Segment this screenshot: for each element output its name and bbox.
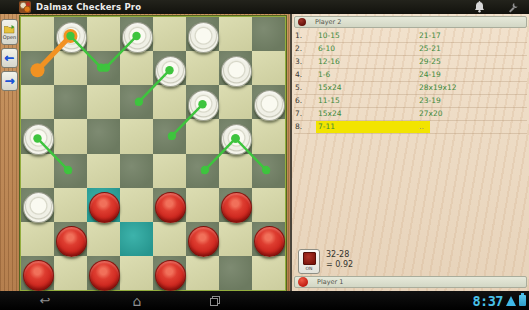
board-square: [186, 188, 219, 222]
engine-best-move: 32-28: [326, 250, 353, 260]
player1-move[interactable]: 12-16: [318, 56, 419, 68]
red-piece[interactable]: [89, 192, 120, 223]
player1-bar: Player 1: [294, 276, 527, 288]
white-piece[interactable]: [23, 124, 54, 155]
board-square: [21, 17, 54, 51]
bell-icon[interactable]: [473, 1, 486, 14]
board-square: [54, 119, 87, 153]
board-square[interactable]: [87, 119, 120, 153]
player1-move[interactable]: 1-6: [318, 69, 419, 81]
white-piece[interactable]: [155, 56, 186, 87]
open-button[interactable]: Open: [1, 19, 18, 45]
board-square[interactable]: [252, 17, 285, 51]
player1-move[interactable]: 6-10: [318, 43, 419, 55]
white-piece[interactable]: [188, 22, 219, 53]
white-piece[interactable]: [56, 22, 87, 53]
board-square[interactable]: [153, 119, 186, 153]
player1-move[interactable]: 10-15: [318, 30, 419, 42]
board-square: [153, 222, 186, 256]
player2-move[interactable]: 29-25: [419, 56, 527, 68]
player1-color-dot: [298, 277, 308, 287]
board-square: [120, 119, 153, 153]
board-square[interactable]: [120, 154, 153, 188]
board-square: [21, 154, 54, 188]
board-square: [219, 17, 252, 51]
engine-toggle-button[interactable]: ON: [298, 249, 320, 274]
board-square: [87, 222, 120, 256]
board-square: [87, 17, 120, 51]
white-piece[interactable]: [221, 124, 252, 155]
player2-bar: Player 2: [294, 16, 527, 28]
player1-move[interactable]: 7-11: [318, 121, 419, 133]
move-row[interactable]: 2.6-1025-21: [294, 43, 527, 56]
app-title: Dalmax Checkers Pro: [36, 2, 141, 12]
player2-color-dot: [298, 18, 306, 26]
left-arrow-icon: ←: [4, 52, 14, 64]
board-square: [186, 51, 219, 85]
board-square[interactable]: [120, 85, 153, 119]
board-square: [219, 154, 252, 188]
board-square: [87, 154, 120, 188]
wifi-icon: [506, 296, 516, 306]
board-square: [21, 222, 54, 256]
move-number: 7.: [294, 108, 318, 120]
move-row[interactable]: 1.10-1521-17: [294, 30, 527, 43]
move-number: 1.: [294, 30, 318, 42]
engine-stop-icon: [303, 252, 316, 265]
white-piece[interactable]: [221, 56, 252, 87]
player2-move[interactable]: 27x20: [419, 108, 527, 120]
player2-move[interactable]: ..: [419, 121, 527, 133]
app-icon: [18, 1, 31, 14]
recents-icon[interactable]: [202, 291, 228, 310]
board-square: [153, 17, 186, 51]
board-square[interactable]: [252, 154, 285, 188]
status-clock: 8:37: [472, 293, 503, 309]
board-square[interactable]: [186, 154, 219, 188]
battery-icon: [519, 295, 526, 306]
back-icon[interactable]: ↩: [32, 291, 58, 310]
board-square: [120, 188, 153, 222]
wrench-icon[interactable]: [507, 1, 520, 14]
player2-move[interactable]: 24-19: [419, 69, 527, 81]
white-piece[interactable]: [122, 22, 153, 53]
game-panel: Player 2 1.10-1521-172.6-1025-213.12-162…: [290, 14, 529, 291]
action-bar: Dalmax Checkers Pro: [0, 0, 529, 14]
engine-output: 32-28 = 0.92: [326, 249, 353, 270]
board-square[interactable]: [54, 85, 87, 119]
board-square: [54, 188, 87, 222]
board-square: [54, 256, 87, 290]
player2-move[interactable]: 23-19: [419, 95, 527, 107]
board-square[interactable]: [21, 51, 54, 85]
board-square: [120, 51, 153, 85]
board-square: [186, 256, 219, 290]
board-square[interactable]: [219, 256, 252, 290]
move-number: 3.: [294, 56, 318, 68]
board-square: [153, 85, 186, 119]
toolbar: Open ← →: [0, 14, 19, 291]
move-row[interactable]: 3.12-1629-25: [294, 56, 527, 69]
board-square: [120, 256, 153, 290]
red-piece[interactable]: [155, 192, 186, 223]
board-square: [252, 188, 285, 222]
board-square: [252, 256, 285, 290]
next-move-button[interactable]: →: [1, 71, 18, 91]
player2-move[interactable]: 28x19x12: [419, 82, 527, 94]
white-piece[interactable]: [254, 90, 285, 121]
board-square[interactable]: [87, 51, 120, 85]
board-square: [219, 222, 252, 256]
player1-name: Player 1: [317, 278, 343, 286]
white-piece[interactable]: [23, 192, 54, 223]
move-list: 1.10-1521-172.6-1025-213.12-1629-254.1-6…: [294, 30, 527, 134]
move-number: 5.: [294, 82, 318, 94]
player1-move[interactable]: 11-15: [318, 95, 419, 107]
previous-move-button[interactable]: ←: [1, 48, 18, 68]
board-square[interactable]: [54, 154, 87, 188]
right-arrow-icon: →: [4, 75, 14, 87]
board-square: [153, 154, 186, 188]
home-icon[interactable]: ⌂: [124, 291, 150, 310]
player1-move[interactable]: 15x24: [318, 82, 419, 94]
board-square: [87, 85, 120, 119]
system-nav-bar: ↩ ⌂ 8:37: [0, 291, 529, 310]
folder-icon: [4, 25, 15, 34]
board-square: [54, 51, 87, 85]
move-number: 8.: [294, 121, 318, 133]
highlighted-move: 7-11: [316, 121, 430, 133]
player2-name: Player 2: [315, 18, 341, 26]
board-square: [252, 119, 285, 153]
board-square: [186, 119, 219, 153]
move-row[interactable]: 4.1-624-19: [294, 69, 527, 82]
move-row[interactable]: 8.7-11..: [294, 121, 527, 134]
player2-move[interactable]: 21-17: [419, 30, 527, 42]
engine-evaluation: = 0.92: [326, 260, 353, 270]
screen: Dalmax Checkers Pro Open: [0, 0, 529, 310]
move-number: 2.: [294, 43, 318, 55]
move-row[interactable]: 6.11-1523-19: [294, 95, 527, 108]
red-piece[interactable]: [221, 192, 252, 223]
move-row[interactable]: 5.15x2428x19x12: [294, 82, 527, 95]
move-row[interactable]: 7.15x2427x20: [294, 108, 527, 121]
player1-move[interactable]: 15x24: [318, 108, 419, 120]
open-button-label: Open: [3, 35, 16, 40]
checkers-board[interactable]: [20, 16, 286, 291]
player2-move[interactable]: 25-21: [419, 43, 527, 55]
content-area: Open ← → Player 2 1.10-1521-172.6-1025-2…: [0, 14, 529, 291]
move-number: 6.: [294, 95, 318, 107]
engine-toggle-label: ON: [306, 266, 313, 271]
engine-analysis: ON 32-28 = 0.92: [298, 249, 353, 274]
board-square: [219, 85, 252, 119]
move-number: 4.: [294, 69, 318, 81]
board-square: [21, 85, 54, 119]
board-square: [252, 51, 285, 85]
board-square[interactable]: [120, 222, 153, 256]
white-piece[interactable]: [188, 90, 219, 121]
